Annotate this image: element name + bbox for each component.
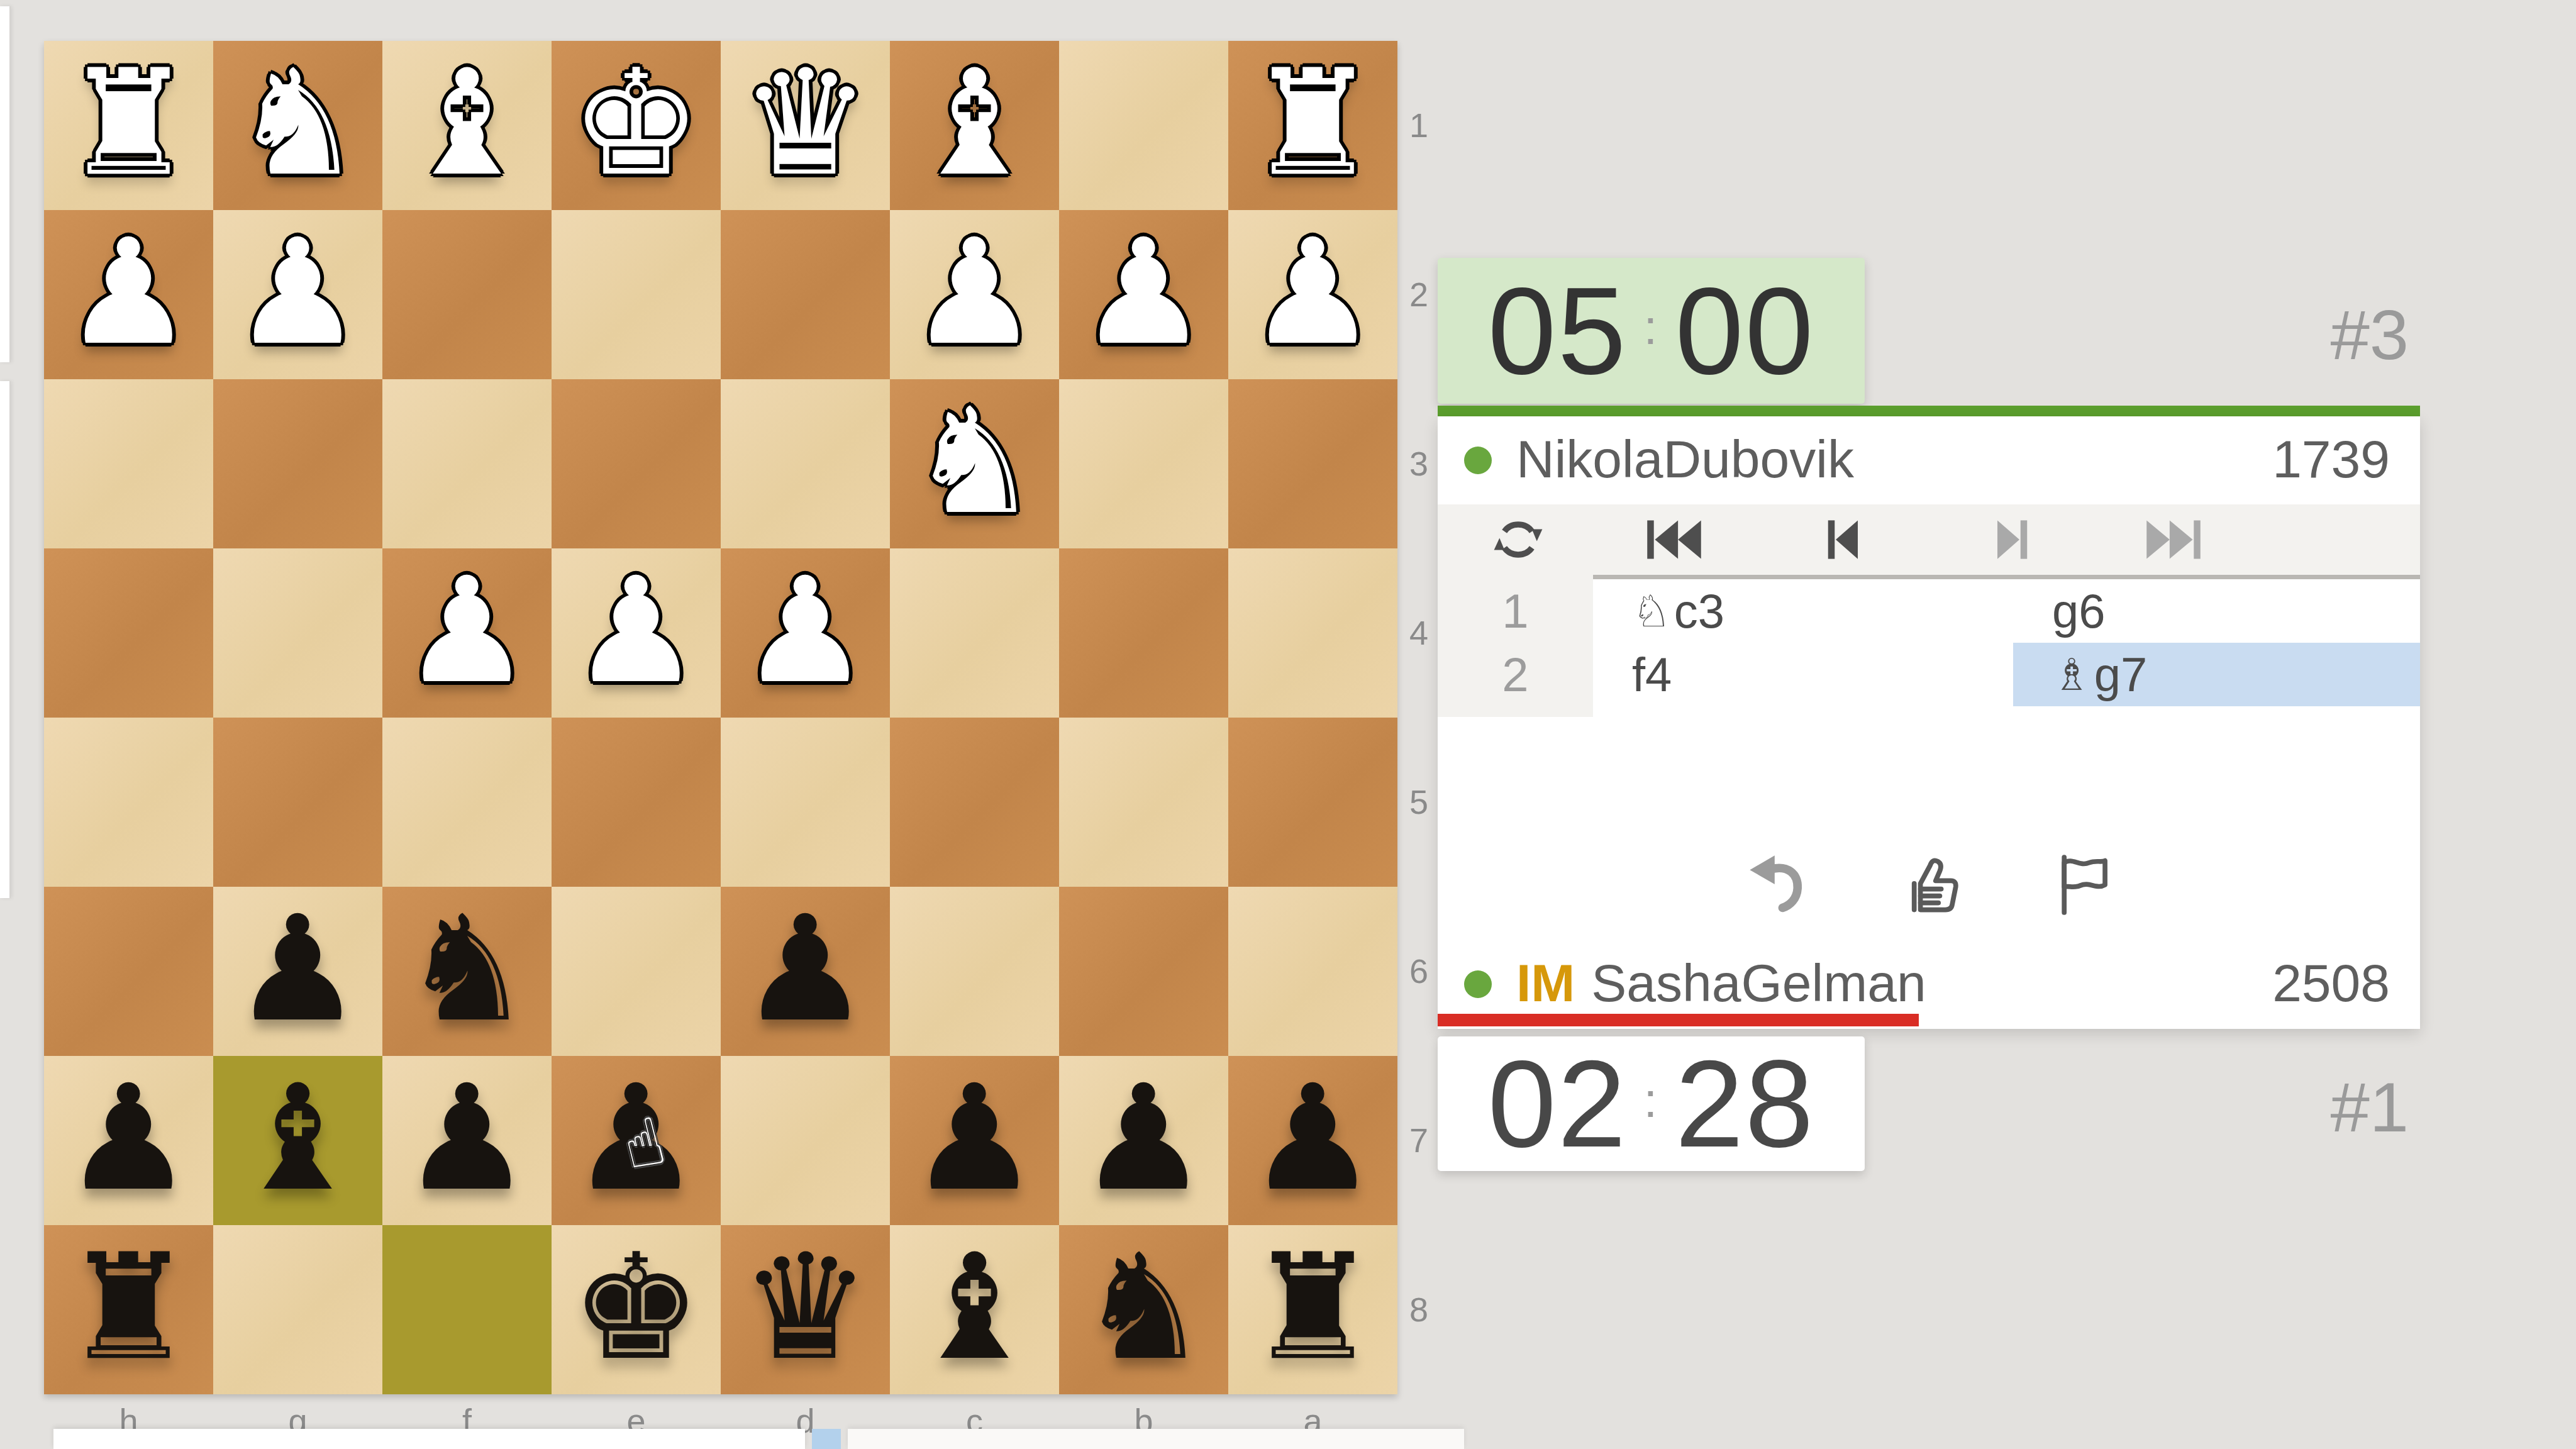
black-bishop: ♝ bbox=[213, 1056, 382, 1225]
black-time-bar bbox=[1438, 1014, 1919, 1026]
white-pawn: ♟ bbox=[213, 210, 382, 379]
black-queen: ♛ bbox=[721, 1225, 890, 1394]
white-pawn: ♟ bbox=[552, 548, 721, 718]
left-edge-panel bbox=[0, 381, 11, 898]
square-d4[interactable]: ♟ bbox=[721, 548, 890, 718]
square-b1[interactable] bbox=[1059, 41, 1228, 210]
black-knight: ♞ bbox=[382, 887, 552, 1056]
square-e1[interactable]: ♚ bbox=[552, 41, 721, 210]
rank-label-5: 5 bbox=[1401, 718, 1436, 887]
rank-label-4: 4 bbox=[1401, 548, 1436, 718]
white-time-bar bbox=[1438, 406, 2420, 416]
move-black-2[interactable]: ♗g7 bbox=[2013, 643, 2420, 706]
rank-label-8: 8 bbox=[1401, 1225, 1436, 1394]
white-knight: ♞ bbox=[890, 379, 1059, 548]
takeback-button[interactable] bbox=[1745, 850, 1810, 918]
square-g5[interactable] bbox=[213, 718, 382, 887]
move-nav-bar bbox=[1438, 504, 2420, 575]
previous-move-button[interactable] bbox=[1823, 504, 1867, 575]
square-c6[interactable] bbox=[890, 887, 1059, 1056]
square-a4[interactable] bbox=[1228, 548, 1397, 718]
last-move-button[interactable] bbox=[2143, 504, 2204, 575]
draw-offer-hand-button[interactable] bbox=[1896, 850, 1965, 921]
move-white-1[interactable]: ♘c3 bbox=[1593, 579, 2013, 643]
square-e4[interactable]: ♟ bbox=[552, 548, 721, 718]
square-a8[interactable]: ♜ bbox=[1228, 1225, 1397, 1394]
square-h6[interactable] bbox=[44, 887, 213, 1056]
square-f2[interactable] bbox=[382, 210, 552, 379]
square-f5[interactable] bbox=[382, 718, 552, 887]
move-list: 1♘c3g62f4♗g7 bbox=[1438, 579, 2420, 706]
square-c4[interactable] bbox=[890, 548, 1059, 718]
square-c7[interactable]: ♟ bbox=[890, 1056, 1059, 1225]
black-pawn: ♟ bbox=[552, 1056, 721, 1225]
black-pawn: ♟ bbox=[1228, 1056, 1397, 1225]
square-e7[interactable]: ♟ bbox=[552, 1056, 721, 1225]
white-bishop: ♝ bbox=[890, 41, 1059, 210]
square-b7[interactable]: ♟ bbox=[1059, 1056, 1228, 1225]
square-c5[interactable] bbox=[890, 718, 1059, 887]
square-b8[interactable]: ♞ bbox=[1059, 1225, 1228, 1394]
rank-label-1: 1 bbox=[1401, 41, 1436, 210]
rank-label-3: 3 bbox=[1401, 379, 1436, 548]
bishop-san-icon: ♗ bbox=[2052, 649, 2092, 700]
analysis-cycle-button[interactable] bbox=[1491, 504, 1546, 575]
square-h4[interactable] bbox=[44, 548, 213, 718]
knight-san-icon: ♘ bbox=[1632, 586, 1672, 636]
square-f4[interactable]: ♟ bbox=[382, 548, 552, 718]
square-a7[interactable]: ♟ bbox=[1228, 1056, 1397, 1225]
square-a2[interactable]: ♟ bbox=[1228, 210, 1397, 379]
player-name-link[interactable]: NikolaDubovik bbox=[1516, 429, 1854, 490]
square-b3[interactable] bbox=[1059, 379, 1228, 548]
square-f8[interactable] bbox=[382, 1225, 552, 1394]
online-dot bbox=[1464, 970, 1492, 998]
white-player-clock: 05 : 00 bbox=[1438, 258, 1865, 404]
square-g2[interactable]: ♟ bbox=[213, 210, 382, 379]
rank-label-7: 7 bbox=[1401, 1056, 1436, 1225]
black-pawn: ♟ bbox=[213, 887, 382, 1056]
game-side-panel: NikolaDubovik 1739 bbox=[1438, 416, 2420, 1029]
black-king: ♚ bbox=[552, 1225, 721, 1394]
black-pawn: ♟ bbox=[1059, 1056, 1228, 1225]
square-g3[interactable] bbox=[213, 379, 382, 548]
white-bishop: ♝ bbox=[382, 41, 552, 210]
rank-label-2: 2 bbox=[1401, 210, 1436, 379]
game-number-bottom: #1 bbox=[2251, 1067, 2409, 1148]
square-d6[interactable]: ♟ bbox=[721, 887, 890, 1056]
square-g1[interactable]: ♞ bbox=[213, 41, 382, 210]
bottom-partial-highlight bbox=[812, 1429, 841, 1449]
black-player-clock: 02 : 28 bbox=[1438, 1036, 1865, 1171]
square-e2[interactable] bbox=[552, 210, 721, 379]
white-queen: ♛ bbox=[721, 41, 890, 210]
clock-minutes: 05 bbox=[1488, 260, 1628, 402]
square-b6[interactable] bbox=[1059, 887, 1228, 1056]
square-h5[interactable] bbox=[44, 718, 213, 887]
player-rating: 2508 bbox=[2272, 953, 2390, 1014]
white-pawn: ♟ bbox=[1059, 210, 1228, 379]
black-pawn: ♟ bbox=[382, 1056, 552, 1225]
rank-label-6: 6 bbox=[1401, 887, 1436, 1056]
black-rook: ♜ bbox=[44, 1225, 213, 1394]
online-dot bbox=[1464, 447, 1492, 474]
square-d8[interactable]: ♛ bbox=[721, 1225, 890, 1394]
square-g8[interactable] bbox=[213, 1225, 382, 1394]
white-king: ♚ bbox=[552, 41, 721, 210]
clock-minutes: 02 bbox=[1488, 1033, 1628, 1175]
square-h7[interactable]: ♟ bbox=[44, 1056, 213, 1225]
player-title-im: IM bbox=[1516, 953, 1575, 1013]
player-name-link[interactable]: IMSashaGelman bbox=[1516, 953, 1926, 1014]
square-h1[interactable]: ♜ bbox=[44, 41, 213, 210]
resign-flag-button[interactable] bbox=[2049, 850, 2118, 921]
square-f6[interactable]: ♞ bbox=[382, 887, 552, 1056]
square-g4[interactable] bbox=[213, 548, 382, 718]
square-b5[interactable] bbox=[1059, 718, 1228, 887]
white-rook: ♜ bbox=[44, 41, 213, 210]
player-row-white: NikolaDubovik 1739 bbox=[1438, 416, 2420, 504]
square-a6[interactable] bbox=[1228, 887, 1397, 1056]
square-f7[interactable]: ♟ bbox=[382, 1056, 552, 1225]
square-h3[interactable] bbox=[44, 379, 213, 548]
square-d3[interactable] bbox=[721, 379, 890, 548]
white-rook: ♜ bbox=[1228, 41, 1397, 210]
square-a5[interactable] bbox=[1228, 718, 1397, 887]
black-pawn: ♟ bbox=[721, 887, 890, 1056]
square-b2[interactable]: ♟ bbox=[1059, 210, 1228, 379]
rank-labels: 12345678 bbox=[1401, 41, 1436, 1394]
clock-colon: : bbox=[1644, 299, 1659, 356]
square-c3[interactable]: ♞ bbox=[890, 379, 1059, 548]
move-white-2[interactable]: f4 bbox=[1593, 643, 2013, 706]
square-e6[interactable] bbox=[552, 887, 721, 1056]
white-pawn: ♟ bbox=[1228, 210, 1397, 379]
square-b4[interactable] bbox=[1059, 548, 1228, 718]
move-number: 2 bbox=[1438, 643, 1593, 706]
square-c2[interactable]: ♟ bbox=[890, 210, 1059, 379]
square-g6[interactable]: ♟ bbox=[213, 887, 382, 1056]
square-a1[interactable]: ♜ bbox=[1228, 41, 1397, 210]
square-d7[interactable] bbox=[721, 1056, 890, 1225]
white-pawn: ♟ bbox=[382, 548, 552, 718]
clock-seconds: 28 bbox=[1675, 1033, 1814, 1175]
white-pawn: ♟ bbox=[44, 210, 213, 379]
square-a3[interactable] bbox=[1228, 379, 1397, 548]
move-number: 1 bbox=[1438, 579, 1593, 643]
black-pawn: ♟ bbox=[44, 1056, 213, 1225]
white-pawn: ♟ bbox=[890, 210, 1059, 379]
black-rook: ♜ bbox=[1228, 1225, 1397, 1394]
white-knight: ♞ bbox=[213, 41, 382, 210]
square-g7[interactable]: ♝ bbox=[213, 1056, 382, 1225]
player-rating: 1739 bbox=[2272, 429, 2390, 490]
move-black-1[interactable]: g6 bbox=[2013, 579, 2420, 643]
chess-board[interactable]: ♜♞♝♚♛♝♜♟♟♟♟♟♞♟♟♟♟♞♟♟♝♟♟♟♟♟♜♚♛♝♞♜ bbox=[44, 41, 1397, 1394]
square-d1[interactable]: ♛ bbox=[721, 41, 890, 210]
next-move-button[interactable] bbox=[1989, 504, 2033, 575]
game-number-top: #3 bbox=[2251, 294, 2409, 375]
square-e3[interactable] bbox=[552, 379, 721, 548]
square-d2[interactable] bbox=[721, 210, 890, 379]
square-e8[interactable]: ♚ bbox=[552, 1225, 721, 1394]
square-h8[interactable]: ♜ bbox=[44, 1225, 213, 1394]
square-f3[interactable] bbox=[382, 379, 552, 548]
black-pawn: ♟ bbox=[890, 1056, 1059, 1225]
first-move-button[interactable] bbox=[1644, 504, 1704, 575]
move-list-divider bbox=[1593, 575, 2420, 579]
square-h2[interactable]: ♟ bbox=[44, 210, 213, 379]
square-f1[interactable]: ♝ bbox=[382, 41, 552, 210]
clock-colon: : bbox=[1644, 1072, 1659, 1129]
square-c1[interactable]: ♝ bbox=[890, 41, 1059, 210]
game-action-buttons bbox=[1438, 850, 2420, 932]
bottom-partial-panel bbox=[848, 1429, 1464, 1449]
black-bishop: ♝ bbox=[890, 1225, 1059, 1394]
square-e5[interactable] bbox=[552, 718, 721, 887]
left-edge-panel bbox=[0, 6, 11, 362]
white-pawn: ♟ bbox=[721, 548, 890, 718]
game-screen: ♜♞♝♚♛♝♜♟♟♟♟♟♞♟♟♟♟♞♟♟♝♟♟♟♟♟♜♚♛♝♞♜ ☝ 12345… bbox=[0, 0, 2576, 1449]
square-d5[interactable] bbox=[721, 718, 890, 887]
square-c8[interactable]: ♝ bbox=[890, 1225, 1059, 1394]
clock-seconds: 00 bbox=[1675, 260, 1814, 402]
bottom-partial-panel bbox=[53, 1429, 805, 1449]
black-knight: ♞ bbox=[1059, 1225, 1228, 1394]
